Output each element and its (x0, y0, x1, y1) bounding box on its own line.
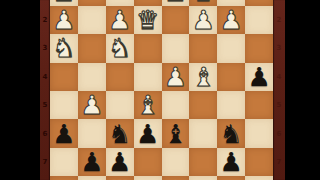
square-d8[interactable]: ♛ (162, 176, 190, 180)
square-e6[interactable]: ♟ (134, 119, 162, 147)
square-a6[interactable] (245, 119, 273, 147)
piece-black-pawn-a4[interactable]: ♟ (245, 63, 273, 91)
square-c3[interactable] (189, 34, 217, 62)
piece-white-pawn-c2[interactable]: ♟ (189, 6, 217, 34)
rank-label-right-3: 3 (273, 44, 285, 52)
square-f6[interactable]: ♞ (106, 119, 134, 147)
rank-label-left-6: 6 (40, 130, 50, 138)
square-f3[interactable]: ♞ (106, 34, 134, 62)
square-a7[interactable] (245, 148, 273, 176)
square-a3[interactable] (245, 34, 273, 62)
piece-white-knight-h3[interactable]: ♞ (50, 34, 78, 62)
square-b8[interactable] (217, 176, 245, 180)
square-c7[interactable] (189, 148, 217, 176)
square-c6[interactable] (189, 119, 217, 147)
piece-black-pawn-g7[interactable]: ♟ (78, 148, 106, 176)
piece-black-rook-a8[interactable]: ♜ (245, 176, 273, 180)
square-a2[interactable] (245, 6, 273, 34)
square-e7[interactable] (134, 148, 162, 176)
piece-black-pawn-f7[interactable]: ♟ (106, 148, 134, 176)
board-border-right: 12345678 (273, 0, 285, 180)
square-b7[interactable]: ♟ (217, 148, 245, 176)
piece-black-bishop-d6[interactable]: ♝ (162, 119, 190, 147)
piece-white-pawn-d4[interactable]: ♟ (162, 63, 190, 91)
square-g6[interactable] (78, 119, 106, 147)
square-d5[interactable] (162, 91, 190, 119)
square-c2[interactable]: ♟ (189, 6, 217, 34)
square-e4[interactable] (134, 63, 162, 91)
square-b6[interactable]: ♞ (217, 119, 245, 147)
chess-board: ♜♜♚♟♟♛♟♟♞♞♟♝♟♟♝♟♞♟♝♞♟♟♟♚♜♛♝♜ (50, 0, 273, 180)
square-f5[interactable] (106, 91, 134, 119)
square-b3[interactable] (217, 34, 245, 62)
square-e2[interactable]: ♛ (134, 6, 162, 34)
piece-black-rook-f8[interactable]: ♜ (106, 176, 134, 180)
rank-label-right-7: 7 (273, 158, 285, 166)
square-a5[interactable] (245, 91, 273, 119)
square-e5[interactable]: ♝ (134, 91, 162, 119)
square-f4[interactable] (106, 63, 134, 91)
square-f2[interactable]: ♟ (106, 6, 134, 34)
piece-black-pawn-h6[interactable]: ♟ (50, 119, 78, 147)
piece-white-bishop-c4[interactable]: ♝ (189, 63, 217, 91)
square-a4[interactable]: ♟ (245, 63, 273, 91)
board-border-left: 12345678 (40, 0, 50, 180)
rank-label-right-4: 4 (273, 73, 285, 81)
rank-label-left-3: 3 (40, 44, 50, 52)
rank-label-left-5: 5 (40, 101, 50, 109)
square-h7[interactable] (50, 148, 78, 176)
square-h2[interactable]: ♟ (50, 6, 78, 34)
piece-black-queen-d8[interactable]: ♛ (162, 176, 190, 180)
square-d2[interactable] (162, 6, 190, 34)
piece-white-queen-e2[interactable]: ♛ (134, 6, 162, 34)
square-c5[interactable] (189, 91, 217, 119)
rank-label-right-6: 6 (273, 130, 285, 138)
piece-black-bishop-c8[interactable]: ♝ (189, 176, 217, 180)
rank-label-right-2: 2 (273, 16, 285, 24)
piece-white-bishop-e5[interactable]: ♝ (134, 91, 162, 119)
square-h5[interactable] (50, 91, 78, 119)
square-h3[interactable]: ♞ (50, 34, 78, 62)
square-b2[interactable]: ♟ (217, 6, 245, 34)
piece-black-king-g8[interactable]: ♚ (78, 176, 106, 180)
square-d3[interactable] (162, 34, 190, 62)
square-b4[interactable] (217, 63, 245, 91)
rank-label-left-2: 2 (40, 16, 50, 24)
square-e3[interactable] (134, 34, 162, 62)
square-e8[interactable] (134, 176, 162, 180)
piece-black-pawn-e6[interactable]: ♟ (134, 119, 162, 147)
square-f7[interactable]: ♟ (106, 148, 134, 176)
square-c4[interactable]: ♝ (189, 63, 217, 91)
piece-black-knight-b6[interactable]: ♞ (217, 119, 245, 147)
square-d7[interactable] (162, 148, 190, 176)
square-g7[interactable]: ♟ (78, 148, 106, 176)
square-f8[interactable]: ♜ (106, 176, 134, 180)
piece-black-knight-f6[interactable]: ♞ (106, 119, 134, 147)
square-h4[interactable] (50, 63, 78, 91)
rank-label-left-7: 7 (40, 158, 50, 166)
piece-black-pawn-b7[interactable]: ♟ (217, 148, 245, 176)
square-g5[interactable]: ♟ (78, 91, 106, 119)
chess-diagram-viewport: 12345678 12345678 ♜♜♚♟♟♛♟♟♞♞♟♝♟♟♝♟♞♟♝♞♟♟… (0, 0, 320, 180)
square-d6[interactable]: ♝ (162, 119, 190, 147)
square-g2[interactable] (78, 6, 106, 34)
square-g4[interactable] (78, 63, 106, 91)
piece-white-pawn-f2[interactable]: ♟ (106, 6, 134, 34)
square-b5[interactable] (217, 91, 245, 119)
square-g3[interactable] (78, 34, 106, 62)
square-h6[interactable]: ♟ (50, 119, 78, 147)
piece-white-knight-f3[interactable]: ♞ (106, 34, 134, 62)
piece-white-pawn-h2[interactable]: ♟ (50, 6, 78, 34)
square-c8[interactable]: ♝ (189, 176, 217, 180)
square-h8[interactable] (50, 176, 78, 180)
square-a8[interactable]: ♜ (245, 176, 273, 180)
piece-white-pawn-g5[interactable]: ♟ (78, 91, 106, 119)
piece-white-pawn-b2[interactable]: ♟ (217, 6, 245, 34)
square-g8[interactable]: ♚ (78, 176, 106, 180)
square-d4[interactable]: ♟ (162, 63, 190, 91)
rank-label-left-4: 4 (40, 73, 50, 81)
rank-label-right-5: 5 (273, 101, 285, 109)
